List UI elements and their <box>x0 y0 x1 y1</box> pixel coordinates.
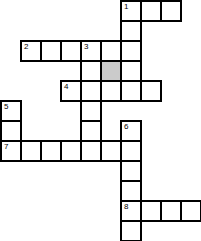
cell-r2c5[interactable] <box>101 41 121 61</box>
cell-r2c3[interactable] <box>61 41 81 61</box>
clue-number-8: 8 <box>124 202 128 211</box>
clue-number-7: 7 <box>4 142 8 151</box>
cell-r7c3[interactable] <box>61 141 81 161</box>
cell-r7c0[interactable]: 7 <box>1 141 21 161</box>
cell-r8c6[interactable] <box>121 161 141 181</box>
clue-number-1: 1 <box>124 2 128 11</box>
cell-r6c4[interactable] <box>81 121 101 141</box>
cell-r4c4[interactable] <box>81 81 101 101</box>
clue-number-4: 4 <box>64 82 68 91</box>
cell-r6c6[interactable]: 6 <box>121 121 141 141</box>
cell-r7c2[interactable] <box>41 141 61 161</box>
cell-r4c5[interactable] <box>101 81 121 101</box>
cell-r10c9[interactable] <box>181 201 201 221</box>
clue-number-5: 5 <box>4 102 8 111</box>
cell-r2c2[interactable] <box>41 41 61 61</box>
crossword-board: 12345678 <box>0 0 201 241</box>
cell-r4c6[interactable] <box>121 81 141 101</box>
cell-r2c6[interactable] <box>121 41 141 61</box>
cell-r5c0[interactable]: 5 <box>1 101 21 121</box>
cell-r10c7[interactable] <box>141 201 161 221</box>
clue-number-3: 3 <box>84 42 88 51</box>
cell-r3c6[interactable] <box>121 61 141 81</box>
crossword-page: 12345678 <box>0 0 201 241</box>
cell-r0c6[interactable]: 1 <box>121 1 141 21</box>
cell-r4c3[interactable]: 4 <box>61 81 81 101</box>
cell-r7c1[interactable] <box>21 141 41 161</box>
cell-r9c6[interactable] <box>121 181 141 201</box>
cell-r7c6[interactable] <box>121 141 141 161</box>
cell-r11c6[interactable] <box>121 221 141 241</box>
cell-r10c6[interactable]: 8 <box>121 201 141 221</box>
clue-number-6: 6 <box>124 122 128 131</box>
cell-r2c4[interactable]: 3 <box>81 41 101 61</box>
cell-r7c4[interactable] <box>81 141 101 161</box>
cell-r5c4[interactable] <box>81 101 101 121</box>
cell-r2c1[interactable]: 2 <box>21 41 41 61</box>
cell-r7c5[interactable] <box>101 141 121 161</box>
cell-r10c8[interactable] <box>161 201 181 221</box>
shaded-cell-r3c5[interactable] <box>101 61 121 81</box>
cell-r6c0[interactable] <box>1 121 21 141</box>
cell-r0c7[interactable] <box>141 1 161 21</box>
cell-r1c6[interactable] <box>121 21 141 41</box>
cell-r3c4[interactable] <box>81 61 101 81</box>
cell-r0c8[interactable] <box>161 1 181 21</box>
clue-number-2: 2 <box>24 42 28 51</box>
cell-r4c7[interactable] <box>141 81 161 101</box>
